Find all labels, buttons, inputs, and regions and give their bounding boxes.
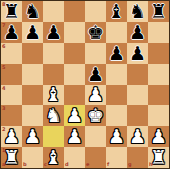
square-b8[interactable]: ♞ [22, 1, 43, 22]
rank-label-6: 6 [2, 44, 5, 49]
square-d6[interactable] [64, 43, 85, 64]
square-d7[interactable] [64, 22, 85, 43]
square-a6[interactable]: 6 [1, 43, 22, 64]
square-h7[interactable] [148, 22, 169, 43]
square-e2[interactable] [85, 126, 106, 147]
square-a8[interactable]: ♜8 [1, 1, 22, 22]
square-h5[interactable] [148, 64, 169, 85]
square-h2[interactable]: ♟ [148, 126, 169, 147]
square-a4[interactable]: 4 [1, 85, 22, 106]
piece-black-rook[interactable]: ♜ [150, 1, 167, 20]
square-g7[interactable]: ♟ [127, 22, 148, 43]
square-b2[interactable]: ♟ [22, 126, 43, 147]
square-b6[interactable] [22, 43, 43, 64]
square-d2[interactable]: ♟ [64, 126, 85, 147]
square-g2[interactable]: ♟ [127, 126, 148, 147]
square-h3[interactable] [148, 105, 169, 126]
square-d4[interactable] [64, 85, 85, 106]
piece-black-pawn[interactable]: ♟ [45, 22, 62, 41]
piece-white-pawn[interactable]: ♟ [3, 127, 20, 146]
square-c1[interactable]: ♝c [43, 147, 64, 168]
file-label-d: d [65, 162, 69, 167]
square-f1[interactable]: f [106, 147, 127, 168]
piece-black-pawn[interactable]: ♟ [24, 22, 41, 41]
square-f6[interactable]: ♟ [106, 43, 127, 64]
piece-white-pawn[interactable]: ♟ [129, 127, 146, 146]
square-b3[interactable] [22, 105, 43, 126]
file-label-f: f [107, 162, 109, 167]
square-a5[interactable]: 5 [1, 64, 22, 85]
square-g6[interactable]: ♟ [127, 43, 148, 64]
square-e6[interactable] [85, 43, 106, 64]
rank-label-4: 4 [2, 86, 5, 91]
square-g3[interactable] [127, 105, 148, 126]
square-g8[interactable]: ♞ [127, 1, 148, 22]
square-g5[interactable] [127, 64, 148, 85]
square-d3[interactable]: ♟ [64, 105, 85, 126]
square-h4[interactable] [148, 85, 169, 106]
piece-black-knight[interactable]: ♞ [129, 1, 146, 20]
square-h1[interactable]: ♜h [148, 147, 169, 168]
piece-white-bishop[interactable]: ♝ [45, 85, 62, 104]
board-grid: ♜8♞♝♞♜♟7♟♟♚♟6♟♟5♟4♝♟3♞♟♚♟2♟♟♟♟♟♜1ab♝cdef… [1, 1, 169, 168]
rank-label-5: 5 [2, 65, 5, 70]
square-a1[interactable]: ♜1a [1, 147, 22, 168]
square-a7[interactable]: ♟7 [1, 22, 22, 43]
rank-label-3: 3 [2, 106, 5, 111]
square-c7[interactable]: ♟ [43, 22, 64, 43]
piece-white-king[interactable]: ♚ [87, 106, 104, 125]
square-h8[interactable]: ♜ [148, 1, 169, 22]
square-c4[interactable]: ♝ [43, 85, 64, 106]
piece-white-knight[interactable]: ♞ [45, 106, 62, 125]
square-c8[interactable] [43, 1, 64, 22]
piece-white-pawn[interactable]: ♟ [66, 127, 83, 146]
square-h6[interactable] [148, 43, 169, 64]
piece-black-bishop[interactable]: ♝ [108, 1, 125, 20]
piece-white-bishop[interactable]: ♝ [45, 148, 62, 167]
piece-black-knight[interactable]: ♞ [24, 1, 41, 20]
piece-black-king[interactable]: ♚ [87, 22, 104, 41]
square-e1[interactable]: e [85, 147, 106, 168]
piece-black-pawn[interactable]: ♟ [108, 43, 125, 62]
square-f2[interactable]: ♟ [106, 126, 127, 147]
square-f7[interactable] [106, 22, 127, 43]
file-label-b: b [23, 162, 27, 167]
square-f8[interactable]: ♝ [106, 1, 127, 22]
square-e7[interactable]: ♚ [85, 22, 106, 43]
square-b4[interactable] [22, 85, 43, 106]
square-b5[interactable] [22, 64, 43, 85]
square-c6[interactable] [43, 43, 64, 64]
piece-white-pawn[interactable]: ♟ [108, 127, 125, 146]
file-label-e: e [86, 162, 89, 167]
square-f4[interactable] [106, 85, 127, 106]
square-c2[interactable] [43, 126, 64, 147]
file-label-g: g [128, 162, 132, 167]
square-b7[interactable]: ♟ [22, 22, 43, 43]
piece-white-pawn[interactable]: ♟ [24, 127, 41, 146]
piece-black-pawn[interactable]: ♟ [129, 22, 146, 41]
square-a2[interactable]: ♟2 [1, 126, 22, 147]
square-c3[interactable]: ♞ [43, 105, 64, 126]
piece-black-pawn[interactable]: ♟ [87, 64, 104, 83]
square-f3[interactable] [106, 105, 127, 126]
piece-white-rook[interactable]: ♜ [3, 148, 20, 167]
piece-black-rook[interactable]: ♜ [3, 1, 20, 20]
chess-board: ♜8♞♝♞♜♟7♟♟♚♟6♟♟5♟4♝♟3♞♟♚♟2♟♟♟♟♟♜1ab♝cdef… [0, 0, 170, 169]
piece-white-rook[interactable]: ♜ [150, 148, 167, 167]
square-e8[interactable] [85, 1, 106, 22]
piece-white-pawn[interactable]: ♟ [150, 127, 167, 146]
piece-white-pawn[interactable]: ♟ [87, 85, 104, 104]
square-e4[interactable]: ♟ [85, 85, 106, 106]
square-f5[interactable] [106, 64, 127, 85]
square-d5[interactable] [64, 64, 85, 85]
square-a3[interactable]: 3 [1, 105, 22, 126]
square-d1[interactable]: d [64, 147, 85, 168]
piece-white-pawn[interactable]: ♟ [66, 106, 83, 125]
square-e5[interactable]: ♟ [85, 64, 106, 85]
square-g1[interactable]: g [127, 147, 148, 168]
square-e3[interactable]: ♚ [85, 105, 106, 126]
square-d8[interactable] [64, 1, 85, 22]
piece-black-pawn[interactable]: ♟ [129, 43, 146, 62]
square-b1[interactable]: b [22, 147, 43, 168]
square-g4[interactable] [127, 85, 148, 106]
square-c5[interactable] [43, 64, 64, 85]
piece-black-pawn[interactable]: ♟ [3, 22, 20, 41]
